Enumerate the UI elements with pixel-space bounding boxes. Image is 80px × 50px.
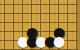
grid-line-vertical [13,0,14,50]
grid-line-vertical [76,0,77,50]
screenshot: ●●●●●●● [0,0,80,50]
white-stone[interactable]: ● [51,33,67,49]
go-board[interactable]: ●●●●●●● [0,0,80,50]
grid-line-vertical [4,0,5,50]
grid-line-vertical [67,0,68,50]
board-right-edge-shade [77,0,80,50]
